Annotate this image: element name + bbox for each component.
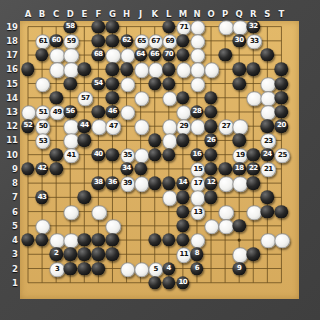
move-number: 30 bbox=[235, 37, 244, 44]
move-number: 68 bbox=[94, 52, 103, 59]
move-number: 44 bbox=[80, 123, 89, 130]
move-number: 50 bbox=[39, 124, 48, 131]
move-number: 8 bbox=[195, 251, 199, 258]
row-label-18: 18 bbox=[2, 36, 18, 46]
move-number: 17 bbox=[194, 181, 203, 188]
move-number: 43 bbox=[38, 194, 47, 201]
move-number: 6 bbox=[195, 265, 199, 272]
move-number: 71 bbox=[179, 24, 188, 31]
move-number: 9 bbox=[237, 265, 241, 272]
row-label-3: 3 bbox=[2, 249, 18, 259]
move-number: 56 bbox=[66, 108, 75, 115]
row-label-17: 17 bbox=[2, 50, 18, 60]
row-label-7: 7 bbox=[2, 192, 18, 202]
move-number: 23 bbox=[264, 138, 273, 145]
column-label-B: B bbox=[35, 9, 49, 19]
move-number: 21 bbox=[264, 166, 273, 173]
row-label-12: 12 bbox=[2, 121, 18, 131]
move-number: 18 bbox=[235, 165, 244, 172]
row-label-8: 8 bbox=[2, 178, 18, 188]
move-number: 42 bbox=[38, 165, 47, 172]
row-label-2: 2 bbox=[2, 264, 18, 274]
column-label-A: A bbox=[21, 9, 35, 19]
column-label-O: O bbox=[204, 9, 218, 19]
move-number: 16 bbox=[193, 151, 202, 158]
column-label-S: S bbox=[260, 9, 274, 19]
column-label-P: P bbox=[218, 9, 232, 19]
column-label-T: T bbox=[274, 9, 288, 19]
move-number: 58 bbox=[66, 23, 75, 30]
move-number: 26 bbox=[207, 137, 216, 144]
move-number: 12 bbox=[207, 180, 216, 187]
move-number: 13 bbox=[194, 209, 203, 216]
move-number: 22 bbox=[249, 165, 258, 172]
column-label-K: K bbox=[148, 9, 162, 19]
move-number: 70 bbox=[164, 52, 173, 59]
column-label-F: F bbox=[91, 9, 105, 19]
move-number: 54 bbox=[94, 80, 103, 87]
column-label-C: C bbox=[49, 9, 63, 19]
row-label-1: 1 bbox=[2, 278, 18, 288]
move-number: 65 bbox=[137, 38, 146, 45]
move-number: 61 bbox=[39, 38, 48, 45]
move-number: 67 bbox=[151, 38, 160, 45]
row-label-11: 11 bbox=[2, 135, 18, 145]
move-number: 24 bbox=[263, 151, 272, 158]
move-number: 64 bbox=[136, 52, 145, 59]
move-number: 34 bbox=[122, 165, 131, 172]
row-label-13: 13 bbox=[2, 107, 18, 117]
move-number: 19 bbox=[236, 152, 245, 159]
column-label-R: R bbox=[246, 9, 260, 19]
move-number: 28 bbox=[193, 108, 202, 115]
move-number: 3 bbox=[55, 266, 59, 273]
column-label-H: H bbox=[120, 9, 134, 19]
column-label-J: J bbox=[134, 9, 148, 19]
move-number: 38 bbox=[94, 180, 103, 187]
move-number: 32 bbox=[249, 23, 258, 30]
move-number: 57 bbox=[81, 95, 90, 102]
move-number: 2 bbox=[54, 251, 58, 258]
move-number: 10 bbox=[178, 279, 187, 286]
move-number: 35 bbox=[123, 152, 132, 159]
move-number: 40 bbox=[94, 151, 103, 158]
move-number: 11 bbox=[179, 252, 188, 259]
column-label-M: M bbox=[176, 9, 190, 19]
column-label-L: L bbox=[162, 9, 176, 19]
move-number: 15 bbox=[194, 166, 203, 173]
row-label-9: 9 bbox=[2, 164, 18, 174]
move-number: 66 bbox=[150, 52, 159, 59]
move-number: 46 bbox=[108, 108, 117, 115]
row-label-4: 4 bbox=[2, 235, 18, 245]
move-number: 47 bbox=[109, 124, 118, 131]
row-label-10: 10 bbox=[2, 150, 18, 160]
hoshi-point bbox=[238, 238, 241, 241]
row-label-19: 19 bbox=[2, 22, 18, 32]
column-label-Q: Q bbox=[232, 9, 246, 19]
row-label-16: 16 bbox=[2, 64, 18, 74]
move-number: 41 bbox=[67, 152, 76, 159]
column-label-D: D bbox=[63, 9, 77, 19]
move-number: 29 bbox=[179, 124, 188, 131]
row-label-5: 5 bbox=[2, 221, 18, 231]
move-number: 33 bbox=[250, 38, 259, 45]
row-label-6: 6 bbox=[2, 207, 18, 217]
move-number: 60 bbox=[52, 37, 61, 44]
move-number: 59 bbox=[67, 38, 76, 45]
move-number: 14 bbox=[178, 180, 187, 187]
move-number: 5 bbox=[154, 266, 158, 273]
move-number: 69 bbox=[165, 38, 174, 45]
move-number: 51 bbox=[39, 109, 48, 116]
move-number: 52 bbox=[24, 123, 33, 130]
column-label-E: E bbox=[77, 9, 91, 19]
row-label-15: 15 bbox=[2, 79, 18, 89]
move-number: 27 bbox=[222, 124, 231, 131]
column-label-G: G bbox=[105, 9, 119, 19]
move-number: 62 bbox=[122, 37, 131, 44]
go-board-screenshot: ABCDEFGHJKLMNOPQRST191817161514131211109… bbox=[0, 0, 320, 320]
move-number: 53 bbox=[39, 138, 48, 145]
move-number: 39 bbox=[123, 181, 132, 188]
move-number: 4 bbox=[167, 265, 171, 272]
move-number: 36 bbox=[108, 180, 117, 187]
row-label-14: 14 bbox=[2, 93, 18, 103]
column-label-N: N bbox=[190, 9, 204, 19]
move-number: 49 bbox=[53, 109, 62, 116]
move-number: 25 bbox=[278, 152, 287, 159]
move-number: 20 bbox=[277, 123, 286, 130]
